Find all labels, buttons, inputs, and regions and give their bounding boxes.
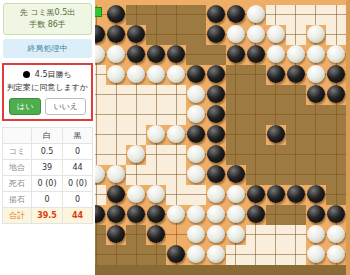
score-table: 白 黒 コミ0.50地合3944死石0 (0)0 (0)揚石00合計39.544 [2, 127, 93, 224]
score-row-コミ: コミ0.50 [3, 143, 93, 159]
black-stone [167, 245, 185, 263]
board-point[interactable] [326, 45, 346, 65]
board-point[interactable] [106, 45, 126, 65]
board-point[interactable] [206, 5, 226, 25]
board-point[interactable] [186, 25, 206, 45]
score-cell: 地合 [3, 159, 32, 175]
white-stone [107, 65, 125, 83]
black-stone [267, 185, 285, 203]
black-stone [127, 25, 145, 43]
score-cell: 死石 [3, 175, 32, 191]
board-point[interactable] [146, 185, 166, 205]
board-point[interactable] [246, 5, 266, 25]
white-stone [207, 185, 225, 203]
board-point[interactable] [146, 45, 166, 65]
board-point[interactable] [206, 145, 226, 165]
board-point[interactable] [266, 145, 286, 165]
board-point[interactable] [266, 225, 286, 245]
board-point[interactable] [226, 25, 246, 45]
board-point[interactable] [186, 125, 206, 145]
board-point[interactable] [286, 225, 306, 245]
board-point[interactable] [326, 105, 346, 125]
board-point[interactable] [166, 105, 186, 125]
black-stone [207, 165, 225, 183]
board-point[interactable] [286, 25, 306, 45]
board-point[interactable] [166, 85, 186, 105]
black-stone [327, 85, 345, 103]
board-point[interactable] [126, 145, 146, 165]
white-stone [187, 165, 205, 183]
board-point[interactable] [146, 245, 166, 265]
board-point[interactable] [266, 245, 286, 265]
white-stone [327, 225, 345, 243]
board-point[interactable] [306, 5, 326, 25]
board-point[interactable] [106, 85, 126, 105]
board-point[interactable] [106, 185, 126, 205]
board-point[interactable] [286, 165, 306, 185]
board-point[interactable] [266, 85, 286, 105]
board-point[interactable] [306, 145, 326, 165]
board-point[interactable] [146, 65, 166, 85]
white-stone [167, 65, 185, 83]
white-stone [127, 145, 145, 163]
board-point[interactable] [266, 185, 286, 205]
board-point[interactable] [246, 65, 266, 85]
white-stone [187, 145, 205, 163]
board-point[interactable] [166, 165, 186, 185]
black-stone [107, 205, 125, 223]
board-point[interactable] [226, 185, 246, 205]
board-point[interactable] [246, 85, 266, 105]
judge-question: 判定案に同意しますか [6, 82, 89, 95]
komi-info: 先 コミ黒0.5出 [6, 7, 89, 19]
score-cell: 合計 [3, 207, 32, 223]
black-stone [147, 45, 165, 63]
board-point[interactable] [186, 145, 206, 165]
white-stone [307, 45, 325, 63]
score-cell: 0.5 [32, 143, 63, 159]
board-point[interactable] [266, 205, 286, 225]
board-point[interactable] [146, 85, 166, 105]
board-point[interactable] [246, 225, 266, 245]
white-stone [107, 165, 125, 183]
board-point[interactable] [106, 125, 126, 145]
board-point[interactable] [306, 185, 326, 205]
black-stone [247, 185, 265, 203]
board-point[interactable] [326, 225, 346, 245]
black-stone [187, 65, 205, 83]
board-point[interactable] [126, 125, 146, 145]
board-point[interactable] [286, 85, 306, 105]
white-stone [107, 45, 125, 63]
board-point[interactable] [126, 165, 146, 185]
board-point[interactable] [166, 25, 186, 45]
white-stone [287, 45, 305, 63]
white-stone [327, 45, 345, 63]
board-point[interactable] [306, 125, 326, 145]
board-point[interactable] [146, 105, 166, 125]
board-point[interactable] [186, 165, 206, 185]
board-point[interactable] [126, 205, 146, 225]
board-point[interactable] [166, 145, 186, 165]
black-stone [107, 25, 125, 43]
board-point[interactable] [166, 225, 186, 245]
board-point[interactable] [326, 5, 346, 25]
board-point[interactable] [246, 245, 266, 265]
white-stone [227, 225, 245, 243]
board-point[interactable] [186, 185, 206, 205]
go-board[interactable] [86, 0, 350, 275]
black-stone [247, 205, 265, 223]
board-point[interactable] [246, 25, 266, 45]
black-stone [207, 125, 225, 143]
white-stone [227, 185, 245, 203]
board-point[interactable] [206, 45, 226, 65]
board-point[interactable] [166, 245, 186, 265]
black-stone [207, 25, 225, 43]
board-point[interactable] [106, 205, 126, 225]
board-point[interactable] [226, 165, 246, 185]
black-stone [227, 165, 245, 183]
board-point[interactable] [326, 65, 346, 85]
board-point[interactable] [266, 45, 286, 65]
black-stone [287, 65, 305, 83]
black-stone [207, 65, 225, 83]
score-cell: 44 [63, 159, 93, 175]
white-stone [147, 125, 165, 143]
board-point[interactable] [306, 25, 326, 45]
side-panel: 先 コミ黒0.5出 手数 86手 終局処理中 4.5目勝ち 判定案に同意しますか… [0, 0, 95, 275]
board-point[interactable] [106, 5, 126, 25]
board-point[interactable] [126, 105, 146, 125]
board-point[interactable] [286, 65, 306, 85]
white-stone [227, 205, 245, 223]
black-stone [147, 205, 165, 223]
black-stone [107, 225, 125, 243]
score-row-揚石: 揚石00 [3, 191, 93, 207]
board-point[interactable] [286, 5, 306, 25]
no-button[interactable]: いいえ [45, 98, 86, 115]
board-point[interactable] [226, 45, 246, 65]
board-point[interactable] [206, 65, 226, 85]
white-stone [247, 25, 265, 43]
board-point[interactable] [226, 85, 246, 105]
board-point[interactable] [206, 25, 226, 45]
white-stone [147, 65, 165, 83]
result-line: 4.5目勝ち [6, 69, 89, 82]
board-point[interactable] [226, 125, 246, 145]
black-stone [267, 65, 285, 83]
board-point[interactable] [286, 45, 306, 65]
board-point[interactable] [286, 245, 306, 265]
black-stone [207, 105, 225, 123]
board-point[interactable] [266, 105, 286, 125]
board-point[interactable] [226, 225, 246, 245]
board-point[interactable] [106, 145, 126, 165]
move-count: 手数 86手 [6, 19, 89, 31]
white-stone [127, 185, 145, 203]
judgement-dialog: 4.5目勝ち 判定案に同意しますか はい いいえ [2, 63, 93, 121]
board-point[interactable] [206, 85, 226, 105]
board-point[interactable] [206, 125, 226, 145]
white-stone [307, 25, 325, 43]
board-point[interactable] [166, 45, 186, 65]
board-point[interactable] [266, 165, 286, 185]
board-point[interactable] [306, 85, 326, 105]
board-point[interactable] [266, 25, 286, 45]
white-stone [147, 185, 165, 203]
board-point[interactable] [306, 165, 326, 185]
board-point[interactable] [286, 145, 306, 165]
black-stone [147, 225, 165, 243]
white-stone [187, 85, 205, 103]
board-point[interactable] [246, 205, 266, 225]
white-stone [307, 245, 325, 263]
board-point[interactable] [106, 225, 126, 245]
white-stone [247, 5, 265, 23]
board-point[interactable] [306, 205, 326, 225]
board-point[interactable] [226, 145, 246, 165]
score-cell: 39.5 [32, 207, 63, 223]
black-stone-icon [23, 71, 30, 78]
board-point[interactable] [326, 25, 346, 45]
board-point[interactable] [246, 165, 266, 185]
score-cell: 0 [32, 191, 63, 207]
board-point[interactable] [326, 245, 346, 265]
white-stone [187, 245, 205, 263]
board-point[interactable] [326, 125, 346, 145]
black-stone [247, 45, 265, 63]
board-point[interactable] [106, 245, 126, 265]
score-cell: 揚石 [3, 191, 32, 207]
score-row-合計: 合計39.544 [3, 207, 93, 223]
black-stone [327, 65, 345, 83]
board-point[interactable] [166, 65, 186, 85]
yes-button[interactable]: はい [9, 98, 41, 115]
white-stone [307, 225, 325, 243]
board-point[interactable] [226, 5, 246, 25]
board-point[interactable] [126, 185, 146, 205]
black-stone [307, 185, 325, 203]
board-point[interactable] [146, 225, 166, 245]
board-point[interactable] [146, 125, 166, 145]
board-grid[interactable] [86, 5, 346, 265]
score-cell: 0 [63, 191, 93, 207]
board-point[interactable] [266, 5, 286, 25]
score-cell: 44 [63, 207, 93, 223]
status-badge: 終局処理中 [3, 39, 92, 58]
board-point[interactable] [186, 225, 206, 245]
board-point[interactable] [306, 45, 326, 65]
board-point[interactable] [186, 205, 206, 225]
board-point[interactable] [126, 5, 146, 25]
score-row-地合: 地合3944 [3, 159, 93, 175]
white-stone [187, 205, 205, 223]
board-point[interactable] [126, 25, 146, 45]
score-cell: 39 [32, 159, 63, 175]
board-point[interactable] [166, 205, 186, 225]
black-stone [187, 125, 205, 143]
white-stone [227, 25, 245, 43]
black-stone [307, 85, 325, 103]
white-stone [207, 245, 225, 263]
board-point[interactable] [266, 65, 286, 85]
black-stone [267, 125, 285, 143]
board-point[interactable] [186, 245, 206, 265]
board-point[interactable] [286, 125, 306, 145]
board-point[interactable] [126, 45, 146, 65]
board-point[interactable] [186, 105, 206, 125]
board-point[interactable] [206, 245, 226, 265]
board-point[interactable] [126, 225, 146, 245]
board-point[interactable] [286, 185, 306, 205]
black-stone [127, 205, 145, 223]
board-point[interactable] [246, 125, 266, 145]
board-point[interactable] [146, 5, 166, 25]
board-point[interactable] [146, 25, 166, 45]
board-point[interactable] [306, 105, 326, 125]
black-stone [287, 185, 305, 203]
white-stone [207, 205, 225, 223]
score-table-header: 白 黒 [3, 127, 93, 143]
board-point[interactable] [226, 65, 246, 85]
black-stone [207, 5, 225, 23]
board-point[interactable] [206, 105, 226, 125]
black-stone [327, 205, 345, 223]
black-stone [227, 5, 245, 23]
board-point[interactable] [106, 25, 126, 45]
board-point[interactable] [286, 205, 306, 225]
black-stone [307, 205, 325, 223]
board-point[interactable] [146, 165, 166, 185]
board-point[interactable] [246, 145, 266, 165]
white-stone [187, 225, 205, 243]
board-point[interactable] [186, 45, 206, 65]
board-point[interactable] [226, 245, 246, 265]
white-stone [307, 65, 325, 83]
white-stone [167, 125, 185, 143]
black-stone [167, 45, 185, 63]
board-point[interactable] [306, 225, 326, 245]
board-point[interactable] [306, 65, 326, 85]
black-stone [207, 85, 225, 103]
board-point[interactable] [206, 205, 226, 225]
board-point[interactable] [246, 185, 266, 205]
board-point[interactable] [166, 185, 186, 205]
board-point[interactable] [206, 225, 226, 245]
board-point[interactable] [326, 85, 346, 105]
black-stone [107, 185, 125, 203]
board-point[interactable] [186, 85, 206, 105]
white-stone [327, 245, 345, 263]
board-point[interactable] [246, 105, 266, 125]
black-stone [227, 45, 245, 63]
score-row-死石: 死石0 (0)0 (0) [3, 175, 93, 191]
board-point[interactable] [126, 245, 146, 265]
board-point[interactable] [326, 185, 346, 205]
score-cell: 0 (0) [63, 175, 93, 191]
board-point[interactable] [206, 165, 226, 185]
board-point[interactable] [166, 5, 186, 25]
board-point[interactable] [266, 125, 286, 145]
board-point[interactable] [306, 245, 326, 265]
white-stone [127, 65, 145, 83]
white-stone [267, 45, 285, 63]
board-point[interactable] [146, 205, 166, 225]
board-point[interactable] [126, 85, 146, 105]
board-point[interactable] [106, 105, 126, 125]
board-point[interactable] [106, 165, 126, 185]
white-stone [187, 105, 205, 123]
board-point[interactable] [126, 65, 146, 85]
board-point[interactable] [186, 5, 206, 25]
game-info-box: 先 コミ黒0.5出 手数 86手 [3, 3, 92, 35]
board-point[interactable] [226, 105, 246, 125]
board-point[interactable] [186, 65, 206, 85]
board-point[interactable] [326, 165, 346, 185]
score-cell: コミ [3, 143, 32, 159]
black-stone [127, 45, 145, 63]
black-stone [207, 145, 225, 163]
board-right-edge [346, 0, 350, 275]
white-stone [207, 225, 225, 243]
board-point[interactable] [326, 205, 346, 225]
board-point[interactable] [206, 185, 226, 205]
board-point[interactable] [166, 125, 186, 145]
white-stone [167, 205, 185, 223]
board-point[interactable] [286, 105, 306, 125]
board-point[interactable] [246, 45, 266, 65]
board-point[interactable] [226, 205, 246, 225]
board-point[interactable] [106, 65, 126, 85]
black-stone [107, 5, 125, 23]
score-cell: 0 [63, 143, 93, 159]
board-point[interactable] [326, 145, 346, 165]
board-point[interactable] [146, 145, 166, 165]
score-cell: 0 (0) [32, 175, 63, 191]
white-stone [267, 25, 285, 43]
board-bottom-edge [86, 265, 350, 275]
